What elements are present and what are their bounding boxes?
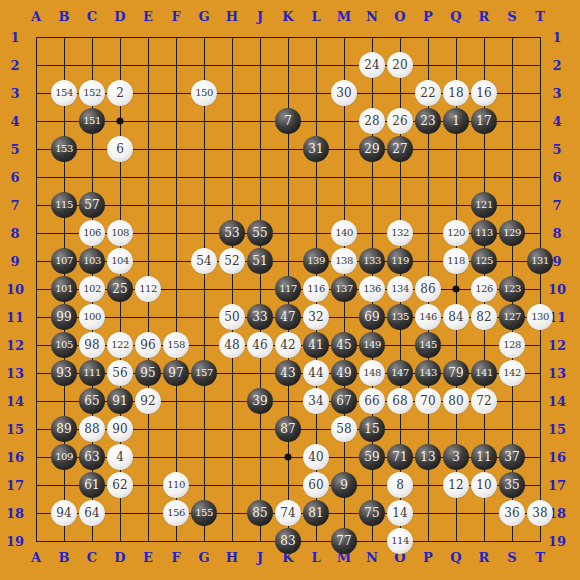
stone-move-number: 57 bbox=[84, 199, 99, 211]
stone-white-E14[interactable]: 92 bbox=[135, 388, 161, 414]
stone-move-number: 14 bbox=[392, 507, 407, 519]
stone-move-number: 137 bbox=[335, 284, 353, 294]
col-label-top-F: F bbox=[171, 10, 180, 23]
stone-black-N11[interactable]: 69 bbox=[359, 304, 385, 330]
stone-move-number: 75 bbox=[364, 507, 379, 519]
stone-white-O14[interactable]: 68 bbox=[387, 388, 413, 414]
stone-move-number: 3 bbox=[452, 451, 460, 463]
col-label-top-H: H bbox=[226, 10, 238, 23]
stone-black-O16[interactable]: 71 bbox=[387, 444, 413, 470]
col-label-bottom-B: B bbox=[59, 551, 70, 564]
stone-white-Q3[interactable]: 18 bbox=[443, 80, 469, 106]
stone-move-number: 34 bbox=[308, 395, 323, 407]
stone-move-number: 135 bbox=[391, 312, 409, 322]
stone-move-number: 115 bbox=[55, 200, 73, 210]
stone-move-number: 7 bbox=[284, 115, 292, 127]
stone-white-F18[interactable]: 156 bbox=[163, 500, 189, 526]
col-label-top-R: R bbox=[479, 10, 490, 23]
stone-white-D16[interactable]: 4 bbox=[107, 444, 133, 470]
stone-black-J11[interactable]: 33 bbox=[247, 304, 273, 330]
col-label-bottom-D: D bbox=[114, 551, 125, 564]
col-label-top-B: B bbox=[59, 10, 70, 23]
stone-white-M3[interactable]: 30 bbox=[331, 80, 357, 106]
stone-black-O9[interactable]: 119 bbox=[387, 248, 413, 274]
stone-white-O4[interactable]: 26 bbox=[387, 108, 413, 134]
stone-white-Q14[interactable]: 80 bbox=[443, 388, 469, 414]
stone-move-number: 23 bbox=[420, 115, 435, 127]
stone-black-F13[interactable]: 97 bbox=[163, 360, 189, 386]
stone-white-N10[interactable]: 136 bbox=[359, 276, 385, 302]
stone-move-number: 84 bbox=[448, 311, 463, 323]
stone-move-number: 18 bbox=[448, 87, 463, 99]
stone-black-L9[interactable]: 139 bbox=[303, 248, 329, 274]
stone-move-number: 50 bbox=[224, 311, 239, 323]
row-label-right-10: 10 bbox=[548, 283, 566, 296]
row-label-left-3: 3 bbox=[10, 87, 19, 100]
stone-black-B11[interactable]: 99 bbox=[51, 304, 77, 330]
stone-black-P12[interactable]: 145 bbox=[415, 332, 441, 358]
stone-black-M14[interactable]: 67 bbox=[331, 388, 357, 414]
stone-white-P10[interactable]: 86 bbox=[415, 276, 441, 302]
stone-move-number: 95 bbox=[140, 367, 155, 379]
stone-move-number: 98 bbox=[84, 339, 99, 351]
stone-move-number: 69 bbox=[364, 311, 379, 323]
board-grid-vline bbox=[540, 37, 541, 542]
stone-white-B3[interactable]: 154 bbox=[51, 80, 77, 106]
stone-black-K19[interactable]: 83 bbox=[275, 528, 301, 554]
stone-white-H9[interactable]: 52 bbox=[219, 248, 245, 274]
row-label-left-12: 12 bbox=[6, 339, 24, 352]
stone-black-J14[interactable]: 39 bbox=[247, 388, 273, 414]
stone-white-G9[interactable]: 54 bbox=[191, 248, 217, 274]
stone-move-number: 147 bbox=[391, 368, 409, 378]
stone-black-C17[interactable]: 61 bbox=[79, 472, 105, 498]
stone-move-number: 138 bbox=[335, 256, 353, 266]
stone-white-Q17[interactable]: 12 bbox=[443, 472, 469, 498]
stone-move-number: 12 bbox=[448, 479, 463, 491]
stone-move-number: 92 bbox=[140, 395, 155, 407]
star-point-Q10 bbox=[453, 286, 460, 293]
stone-black-L18[interactable]: 81 bbox=[303, 500, 329, 526]
stone-white-N4[interactable]: 28 bbox=[359, 108, 385, 134]
stone-black-G18[interactable]: 155 bbox=[191, 500, 217, 526]
stone-move-number: 48 bbox=[224, 339, 239, 351]
stone-black-N5[interactable]: 29 bbox=[359, 136, 385, 162]
stone-black-B15[interactable]: 89 bbox=[51, 416, 77, 442]
stone-black-S11[interactable]: 127 bbox=[499, 304, 525, 330]
stone-black-M17[interactable]: 9 bbox=[331, 472, 357, 498]
stone-white-C15[interactable]: 88 bbox=[79, 416, 105, 442]
stone-black-O5[interactable]: 27 bbox=[387, 136, 413, 162]
row-label-right-8: 8 bbox=[552, 227, 561, 240]
stone-move-number: 87 bbox=[280, 423, 295, 435]
row-label-left-6: 6 bbox=[10, 171, 19, 184]
stone-black-C13[interactable]: 111 bbox=[79, 360, 105, 386]
stone-black-E13[interactable]: 95 bbox=[135, 360, 161, 386]
stone-black-N18[interactable]: 75 bbox=[359, 500, 385, 526]
stone-move-number: 63 bbox=[84, 451, 99, 463]
stone-black-B9[interactable]: 107 bbox=[51, 248, 77, 274]
row-label-left-4: 4 bbox=[10, 115, 19, 128]
stone-white-O8[interactable]: 132 bbox=[387, 220, 413, 246]
stone-move-number: 86 bbox=[420, 283, 435, 295]
stone-white-D5[interactable]: 6 bbox=[107, 136, 133, 162]
stone-move-number: 128 bbox=[503, 340, 521, 350]
stone-white-N14[interactable]: 66 bbox=[359, 388, 385, 414]
stone-white-K18[interactable]: 74 bbox=[275, 500, 301, 526]
stone-white-S13[interactable]: 142 bbox=[499, 360, 525, 386]
stone-black-M12[interactable]: 45 bbox=[331, 332, 357, 358]
stone-black-B12[interactable]: 105 bbox=[51, 332, 77, 358]
stone-move-number: 26 bbox=[392, 115, 407, 127]
stone-move-number: 155 bbox=[195, 508, 213, 518]
stone-black-B16[interactable]: 109 bbox=[51, 444, 77, 470]
row-label-left-1: 1 bbox=[10, 31, 19, 44]
stone-white-E10[interactable]: 112 bbox=[135, 276, 161, 302]
stone-black-R7[interactable]: 121 bbox=[471, 192, 497, 218]
stone-black-K10[interactable]: 117 bbox=[275, 276, 301, 302]
stone-move-number: 40 bbox=[308, 451, 323, 463]
row-label-right-13: 13 bbox=[548, 367, 566, 380]
row-label-left-15: 15 bbox=[6, 423, 24, 436]
stone-move-number: 146 bbox=[419, 312, 437, 322]
stone-move-number: 82 bbox=[476, 311, 491, 323]
stone-black-D10[interactable]: 25 bbox=[107, 276, 133, 302]
row-label-right-4: 4 bbox=[552, 115, 561, 128]
board-grid-vline bbox=[260, 37, 261, 542]
stone-move-number: 148 bbox=[363, 368, 381, 378]
stone-move-number: 54 bbox=[196, 255, 211, 267]
row-label-left-9: 9 bbox=[10, 255, 19, 268]
stone-white-F17[interactable]: 110 bbox=[163, 472, 189, 498]
stone-black-H8[interactable]: 53 bbox=[219, 220, 245, 246]
stone-black-N15[interactable]: 15 bbox=[359, 416, 385, 442]
stone-move-number: 25 bbox=[112, 283, 127, 295]
stone-black-K13[interactable]: 43 bbox=[275, 360, 301, 386]
stone-move-number: 44 bbox=[308, 367, 323, 379]
stone-move-number: 99 bbox=[56, 311, 71, 323]
stone-move-number: 85 bbox=[252, 507, 267, 519]
stone-move-number: 4 bbox=[116, 451, 124, 463]
col-label-bottom-L: L bbox=[311, 551, 320, 564]
stone-white-H11[interactable]: 50 bbox=[219, 304, 245, 330]
stone-white-M9[interactable]: 138 bbox=[331, 248, 357, 274]
stone-move-number: 45 bbox=[336, 339, 351, 351]
stone-white-D8[interactable]: 108 bbox=[107, 220, 133, 246]
stone-black-Q13[interactable]: 79 bbox=[443, 360, 469, 386]
stone-white-O2[interactable]: 20 bbox=[387, 52, 413, 78]
stone-move-number: 62 bbox=[112, 479, 127, 491]
stone-black-O11[interactable]: 135 bbox=[387, 304, 413, 330]
col-label-top-J: J bbox=[257, 10, 263, 23]
stone-black-G13[interactable]: 157 bbox=[191, 360, 217, 386]
stone-black-K15[interactable]: 87 bbox=[275, 416, 301, 442]
stone-move-number: 53 bbox=[224, 227, 239, 239]
stone-move-number: 64 bbox=[84, 507, 99, 519]
stone-black-S8[interactable]: 129 bbox=[499, 220, 525, 246]
stone-white-Q11[interactable]: 84 bbox=[443, 304, 469, 330]
stone-white-D17[interactable]: 62 bbox=[107, 472, 133, 498]
stone-black-J9[interactable]: 51 bbox=[247, 248, 273, 274]
stone-move-number: 111 bbox=[83, 368, 101, 378]
stone-black-B13[interactable]: 93 bbox=[51, 360, 77, 386]
stone-move-number: 24 bbox=[364, 59, 379, 71]
stone-white-N13[interactable]: 148 bbox=[359, 360, 385, 386]
col-label-bottom-S: S bbox=[507, 551, 516, 564]
stone-move-number: 90 bbox=[112, 423, 127, 435]
stone-move-number: 47 bbox=[280, 311, 295, 323]
stone-black-C7[interactable]: 57 bbox=[79, 192, 105, 218]
stone-black-J8[interactable]: 55 bbox=[247, 220, 273, 246]
stone-move-number: 143 bbox=[419, 368, 437, 378]
stone-move-number: 109 bbox=[55, 452, 73, 462]
stone-white-M8[interactable]: 140 bbox=[331, 220, 357, 246]
stone-move-number: 81 bbox=[308, 507, 323, 519]
stone-move-number: 88 bbox=[84, 423, 99, 435]
row-label-right-19: 19 bbox=[548, 535, 566, 548]
stone-move-number: 133 bbox=[363, 256, 381, 266]
stone-black-C16[interactable]: 63 bbox=[79, 444, 105, 470]
stone-black-B5[interactable]: 153 bbox=[51, 136, 77, 162]
stone-white-R14[interactable]: 72 bbox=[471, 388, 497, 414]
stone-white-L16[interactable]: 40 bbox=[303, 444, 329, 470]
stone-black-P13[interactable]: 143 bbox=[415, 360, 441, 386]
stone-move-number: 116 bbox=[307, 284, 325, 294]
stone-move-number: 43 bbox=[280, 367, 295, 379]
stone-white-D3[interactable]: 2 bbox=[107, 80, 133, 106]
stone-black-K11[interactable]: 47 bbox=[275, 304, 301, 330]
stone-white-T11[interactable]: 130 bbox=[527, 304, 553, 330]
col-label-top-S: S bbox=[507, 10, 516, 23]
stone-move-number: 55 bbox=[252, 227, 267, 239]
stone-white-R11[interactable]: 82 bbox=[471, 304, 497, 330]
stone-black-M10[interactable]: 137 bbox=[331, 276, 357, 302]
stone-move-number: 153 bbox=[55, 144, 73, 154]
stone-white-L14[interactable]: 34 bbox=[303, 388, 329, 414]
stone-white-L10[interactable]: 116 bbox=[303, 276, 329, 302]
star-point-D4 bbox=[117, 118, 124, 125]
stone-move-number: 10 bbox=[476, 479, 491, 491]
stone-white-D13[interactable]: 56 bbox=[107, 360, 133, 386]
stone-move-number: 71 bbox=[392, 451, 407, 463]
stone-move-number: 79 bbox=[448, 367, 463, 379]
stone-move-number: 152 bbox=[83, 88, 101, 98]
stone-white-C8[interactable]: 106 bbox=[79, 220, 105, 246]
col-label-bottom-E: E bbox=[143, 551, 153, 564]
stone-white-O10[interactable]: 134 bbox=[387, 276, 413, 302]
row-label-right-16: 16 bbox=[548, 451, 566, 464]
col-label-bottom-R: R bbox=[479, 551, 490, 564]
stone-black-L5[interactable]: 31 bbox=[303, 136, 329, 162]
stone-black-P4[interactable]: 23 bbox=[415, 108, 441, 134]
stone-black-S10[interactable]: 123 bbox=[499, 276, 525, 302]
stone-black-L12[interactable]: 41 bbox=[303, 332, 329, 358]
stone-move-number: 103 bbox=[83, 256, 101, 266]
stone-white-R3[interactable]: 16 bbox=[471, 80, 497, 106]
stone-black-P16[interactable]: 13 bbox=[415, 444, 441, 470]
stone-move-number: 27 bbox=[392, 143, 407, 155]
stone-black-C9[interactable]: 103 bbox=[79, 248, 105, 274]
stone-move-number: 42 bbox=[280, 339, 295, 351]
stone-white-S12[interactable]: 128 bbox=[499, 332, 525, 358]
stone-move-number: 33 bbox=[252, 311, 267, 323]
row-label-right-6: 6 bbox=[552, 171, 561, 184]
stone-move-number: 13 bbox=[420, 451, 435, 463]
stone-move-number: 120 bbox=[447, 228, 465, 238]
stone-black-D14[interactable]: 91 bbox=[107, 388, 133, 414]
row-label-right-2: 2 bbox=[552, 59, 561, 72]
stone-black-T9[interactable]: 131 bbox=[527, 248, 553, 274]
stone-move-number: 49 bbox=[336, 367, 351, 379]
stone-black-R4[interactable]: 17 bbox=[471, 108, 497, 134]
col-label-bottom-T: T bbox=[535, 551, 545, 564]
stone-white-C11[interactable]: 100 bbox=[79, 304, 105, 330]
stone-white-D15[interactable]: 90 bbox=[107, 416, 133, 442]
stone-move-number: 96 bbox=[140, 339, 155, 351]
row-label-left-11: 11 bbox=[6, 311, 24, 324]
stone-black-S16[interactable]: 37 bbox=[499, 444, 525, 470]
stone-move-number: 123 bbox=[503, 284, 521, 294]
stone-black-J18[interactable]: 85 bbox=[247, 500, 273, 526]
stone-white-Q8[interactable]: 120 bbox=[443, 220, 469, 246]
stone-move-number: 66 bbox=[364, 395, 379, 407]
stone-white-L11[interactable]: 32 bbox=[303, 304, 329, 330]
stone-white-C10[interactable]: 102 bbox=[79, 276, 105, 302]
stone-white-T18[interactable]: 38 bbox=[527, 500, 553, 526]
stone-black-B10[interactable]: 101 bbox=[51, 276, 77, 302]
stone-move-number: 132 bbox=[391, 228, 409, 238]
stone-move-number: 22 bbox=[420, 87, 435, 99]
stone-white-R17[interactable]: 10 bbox=[471, 472, 497, 498]
stone-move-number: 35 bbox=[504, 479, 519, 491]
stone-move-number: 141 bbox=[475, 368, 493, 378]
stone-move-number: 125 bbox=[475, 256, 493, 266]
stone-move-number: 15 bbox=[364, 423, 379, 435]
stone-black-M13[interactable]: 49 bbox=[331, 360, 357, 386]
stone-black-S17[interactable]: 35 bbox=[499, 472, 525, 498]
col-label-bottom-Q: Q bbox=[450, 551, 461, 564]
stone-white-P3[interactable]: 22 bbox=[415, 80, 441, 106]
row-label-right-1: 1 bbox=[552, 31, 561, 44]
stone-white-S18[interactable]: 36 bbox=[499, 500, 525, 526]
stone-white-N2[interactable]: 24 bbox=[359, 52, 385, 78]
stone-white-C18[interactable]: 64 bbox=[79, 500, 105, 526]
stone-move-number: 58 bbox=[336, 423, 351, 435]
stone-white-K12[interactable]: 42 bbox=[275, 332, 301, 358]
stone-white-O17[interactable]: 8 bbox=[387, 472, 413, 498]
stone-white-J12[interactable]: 46 bbox=[247, 332, 273, 358]
col-label-bottom-H: H bbox=[226, 551, 238, 564]
stone-black-N9[interactable]: 133 bbox=[359, 248, 385, 274]
col-label-bottom-A: A bbox=[31, 551, 41, 564]
stone-black-R9[interactable]: 125 bbox=[471, 248, 497, 274]
col-label-top-Q: Q bbox=[450, 10, 461, 23]
stone-move-number: 17 bbox=[476, 115, 491, 127]
stone-black-R8[interactable]: 113 bbox=[471, 220, 497, 246]
stone-black-O13[interactable]: 147 bbox=[387, 360, 413, 386]
stone-move-number: 105 bbox=[55, 340, 73, 350]
stone-move-number: 127 bbox=[503, 312, 521, 322]
stone-move-number: 122 bbox=[111, 340, 129, 350]
stone-white-D9[interactable]: 104 bbox=[107, 248, 133, 274]
stone-white-F12[interactable]: 158 bbox=[163, 332, 189, 358]
stone-white-H12[interactable]: 48 bbox=[219, 332, 245, 358]
col-label-top-P: P bbox=[423, 10, 433, 23]
stone-move-number: 74 bbox=[280, 507, 295, 519]
stone-white-L13[interactable]: 44 bbox=[303, 360, 329, 386]
stone-white-B18[interactable]: 94 bbox=[51, 500, 77, 526]
stone-white-P14[interactable]: 70 bbox=[415, 388, 441, 414]
go-board[interactable]: AABBCCDDEEFFGGHHJJKKLLMMNNOOPPQQRRSSTT11… bbox=[0, 0, 580, 580]
star-point-K16 bbox=[285, 454, 292, 461]
stone-black-K4[interactable]: 7 bbox=[275, 108, 301, 134]
stone-move-number: 28 bbox=[364, 115, 379, 127]
stone-white-E12[interactable]: 96 bbox=[135, 332, 161, 358]
stone-white-L17[interactable]: 60 bbox=[303, 472, 329, 498]
stone-move-number: 72 bbox=[476, 395, 491, 407]
stone-move-number: 41 bbox=[308, 339, 323, 351]
stone-white-D12[interactable]: 122 bbox=[107, 332, 133, 358]
stone-move-number: 46 bbox=[252, 339, 267, 351]
stone-white-O19[interactable]: 114 bbox=[387, 528, 413, 554]
stone-move-number: 9 bbox=[340, 479, 348, 491]
col-label-bottom-G: G bbox=[198, 551, 209, 564]
row-label-right-12: 12 bbox=[548, 339, 566, 352]
stone-move-number: 142 bbox=[503, 368, 521, 378]
stone-move-number: 101 bbox=[55, 284, 73, 294]
stone-move-number: 110 bbox=[167, 480, 185, 490]
row-label-right-5: 5 bbox=[552, 143, 561, 156]
stone-white-P11[interactable]: 146 bbox=[415, 304, 441, 330]
stone-black-R16[interactable]: 11 bbox=[471, 444, 497, 470]
stone-black-C4[interactable]: 151 bbox=[79, 108, 105, 134]
stone-move-number: 89 bbox=[56, 423, 71, 435]
stone-move-number: 158 bbox=[167, 340, 185, 350]
stone-move-number: 112 bbox=[139, 284, 157, 294]
stone-move-number: 91 bbox=[112, 395, 127, 407]
stone-move-number: 83 bbox=[280, 535, 295, 547]
stone-move-number: 157 bbox=[195, 368, 213, 378]
stone-white-O18[interactable]: 14 bbox=[387, 500, 413, 526]
stone-black-R13[interactable]: 141 bbox=[471, 360, 497, 386]
stone-white-C3[interactable]: 152 bbox=[79, 80, 105, 106]
stone-move-number: 104 bbox=[111, 256, 129, 266]
stone-black-B7[interactable]: 115 bbox=[51, 192, 77, 218]
stone-white-C12[interactable]: 98 bbox=[79, 332, 105, 358]
stone-black-C14[interactable]: 65 bbox=[79, 388, 105, 414]
stone-move-number: 136 bbox=[363, 284, 381, 294]
stone-move-number: 93 bbox=[56, 367, 71, 379]
stone-black-N16[interactable]: 59 bbox=[359, 444, 385, 470]
stone-move-number: 118 bbox=[447, 256, 465, 266]
stone-black-N12[interactable]: 149 bbox=[359, 332, 385, 358]
stone-black-Q16[interactable]: 3 bbox=[443, 444, 469, 470]
stone-move-number: 154 bbox=[55, 88, 73, 98]
board-grid-vline bbox=[36, 37, 37, 542]
stone-move-number: 156 bbox=[167, 508, 185, 518]
stone-white-M15[interactable]: 58 bbox=[331, 416, 357, 442]
stone-black-M19[interactable]: 77 bbox=[331, 528, 357, 554]
stone-white-G3[interactable]: 150 bbox=[191, 80, 217, 106]
stone-move-number: 8 bbox=[396, 479, 404, 491]
stone-white-R10[interactable]: 126 bbox=[471, 276, 497, 302]
col-label-bottom-P: P bbox=[423, 551, 433, 564]
stone-black-Q4[interactable]: 1 bbox=[443, 108, 469, 134]
stone-move-number: 29 bbox=[364, 143, 379, 155]
row-label-right-15: 15 bbox=[548, 423, 566, 436]
col-label-top-N: N bbox=[366, 10, 378, 23]
stone-white-Q9[interactable]: 118 bbox=[443, 248, 469, 274]
